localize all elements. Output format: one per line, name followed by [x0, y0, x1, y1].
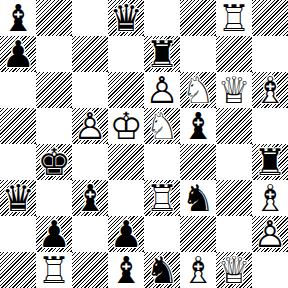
square-c1[interactable] — [72, 252, 108, 288]
square-c2[interactable] — [72, 216, 108, 252]
black-bishop-a8: ♝ — [0, 0, 36, 36]
square-b5[interactable] — [36, 108, 72, 144]
square-d8[interactable]: ♛♛ — [108, 0, 144, 36]
square-a4[interactable] — [0, 144, 36, 180]
square-c8[interactable] — [72, 0, 108, 36]
white-pawn-c5: ♙ — [72, 108, 108, 144]
square-f8[interactable] — [180, 0, 216, 36]
square-d7[interactable] — [108, 36, 144, 72]
square-e4[interactable] — [144, 144, 180, 180]
square-e7[interactable]: ♜♜ — [144, 36, 180, 72]
piece-white-knockout: ♞ — [144, 252, 180, 288]
black-queen-d8: ♛ — [108, 0, 144, 36]
piece-white-knockout: ♛ — [216, 252, 252, 288]
square-d3[interactable] — [108, 180, 144, 216]
black-rook-h4: ♜ — [252, 144, 288, 180]
piece-white-knockout: ♟ — [36, 216, 72, 252]
square-e2[interactable] — [144, 216, 180, 252]
white-bishop-h3: ♗ — [252, 180, 288, 216]
piece-white-knockout: ♟ — [252, 216, 288, 252]
white-queen-g1: ♕ — [216, 252, 252, 288]
square-c7[interactable] — [72, 36, 108, 72]
square-c4[interactable] — [72, 144, 108, 180]
square-a5[interactable] — [0, 108, 36, 144]
piece-white-knockout: ♚ — [36, 144, 72, 180]
square-f5[interactable]: ♝♝ — [180, 108, 216, 144]
square-g5[interactable] — [216, 108, 252, 144]
square-a8[interactable]: ♝♝ — [0, 0, 36, 36]
piece-white-knockout: ♞ — [144, 108, 180, 144]
square-a2[interactable] — [0, 216, 36, 252]
piece-white-knockout: ♟ — [0, 36, 36, 72]
piece-white-knockout: ♜ — [144, 36, 180, 72]
square-e1[interactable]: ♞♞ — [144, 252, 180, 288]
black-king-b4: ♚ — [36, 144, 72, 180]
piece-white-knockout: ♜ — [252, 144, 288, 180]
white-pawn-h2: ♙ — [252, 216, 288, 252]
piece-white-knockout: ♚ — [108, 108, 144, 144]
square-g2[interactable] — [216, 216, 252, 252]
square-h2[interactable]: ♟♙ — [252, 216, 288, 252]
square-f1[interactable]: ♝♗ — [180, 252, 216, 288]
square-g1[interactable]: ♛♕ — [216, 252, 252, 288]
square-b7[interactable] — [36, 36, 72, 72]
square-h3[interactable]: ♝♗ — [252, 180, 288, 216]
square-a6[interactable] — [0, 72, 36, 108]
white-rook-b1: ♖ — [36, 252, 72, 288]
square-d4[interactable] — [108, 144, 144, 180]
white-bishop-h6: ♗ — [252, 72, 288, 108]
square-a1[interactable] — [0, 252, 36, 288]
piece-white-knockout: ♟ — [144, 72, 180, 108]
piece-white-knockout: ♜ — [144, 180, 180, 216]
black-rook-e7: ♜ — [144, 36, 180, 72]
square-g8[interactable]: ♜♖ — [216, 0, 252, 36]
piece-white-knockout: ♟ — [108, 216, 144, 252]
square-a7[interactable]: ♟♟ — [0, 36, 36, 72]
piece-white-knockout: ♝ — [0, 0, 36, 36]
piece-white-knockout: ♜ — [36, 252, 72, 288]
square-a3[interactable]: ♛♛ — [0, 180, 36, 216]
piece-white-knockout: ♝ — [108, 252, 144, 288]
black-pawn-b2: ♟ — [36, 216, 72, 252]
square-c3[interactable]: ♝♝ — [72, 180, 108, 216]
square-b8[interactable] — [36, 0, 72, 36]
square-b1[interactable]: ♜♖ — [36, 252, 72, 288]
square-b2[interactable]: ♟♟ — [36, 216, 72, 252]
piece-white-knockout: ♝ — [180, 252, 216, 288]
white-knight-f6: ♘ — [180, 72, 216, 108]
white-rook-e3: ♖ — [144, 180, 180, 216]
square-g6[interactable]: ♛♕ — [216, 72, 252, 108]
square-e3[interactable]: ♜♖ — [144, 180, 180, 216]
square-e5[interactable]: ♞♘ — [144, 108, 180, 144]
piece-white-knockout: ♛ — [216, 72, 252, 108]
black-pawn-d2: ♟ — [108, 216, 144, 252]
piece-white-knockout: ♝ — [72, 180, 108, 216]
white-rook-g8: ♖ — [216, 0, 252, 36]
white-pawn-e6: ♙ — [144, 72, 180, 108]
square-c6[interactable] — [72, 72, 108, 108]
square-b3[interactable] — [36, 180, 72, 216]
square-f2[interactable] — [180, 216, 216, 252]
square-h6[interactable]: ♝♗ — [252, 72, 288, 108]
chess-board: ♝♝♛♛♜♖♟♟♜♜♟♙♞♘♛♕♝♗♟♙♚♔♞♘♝♝♚♚♜♜♛♛♝♝♜♖♞♞♝♗… — [0, 0, 288, 288]
white-knight-e5: ♘ — [144, 108, 180, 144]
piece-white-knockout: ♛ — [108, 0, 144, 36]
piece-white-knockout: ♛ — [0, 180, 36, 216]
square-h1[interactable] — [252, 252, 288, 288]
square-f6[interactable]: ♞♘ — [180, 72, 216, 108]
black-bishop-f5: ♝ — [180, 108, 216, 144]
black-queen-a3: ♛ — [0, 180, 36, 216]
square-h7[interactable] — [252, 36, 288, 72]
square-b6[interactable] — [36, 72, 72, 108]
square-c5[interactable]: ♟♙ — [72, 108, 108, 144]
piece-white-knockout: ♝ — [252, 180, 288, 216]
square-f7[interactable] — [180, 36, 216, 72]
square-b4[interactable]: ♚♚ — [36, 144, 72, 180]
square-h5[interactable] — [252, 108, 288, 144]
piece-white-knockout: ♝ — [252, 72, 288, 108]
black-bishop-c3: ♝ — [72, 180, 108, 216]
white-bishop-f1: ♗ — [180, 252, 216, 288]
white-king-d5: ♔ — [108, 108, 144, 144]
black-pawn-a7: ♟ — [0, 36, 36, 72]
square-e8[interactable] — [144, 0, 180, 36]
white-queen-g6: ♕ — [216, 72, 252, 108]
black-bishop-d1: ♝ — [108, 252, 144, 288]
square-g7[interactable] — [216, 36, 252, 72]
square-d6[interactable] — [108, 72, 144, 108]
square-f3[interactable]: ♞♞ — [180, 180, 216, 216]
square-e6[interactable]: ♟♙ — [144, 72, 180, 108]
square-g4[interactable] — [216, 144, 252, 180]
piece-white-knockout: ♞ — [180, 180, 216, 216]
black-knight-e1: ♞ — [144, 252, 180, 288]
piece-white-knockout: ♟ — [72, 108, 108, 144]
piece-white-knockout: ♝ — [180, 108, 216, 144]
square-g3[interactable] — [216, 180, 252, 216]
square-d2[interactable]: ♟♟ — [108, 216, 144, 252]
black-knight-f3: ♞ — [180, 180, 216, 216]
square-f4[interactable] — [180, 144, 216, 180]
square-d5[interactable]: ♚♔ — [108, 108, 144, 144]
piece-white-knockout: ♞ — [180, 72, 216, 108]
square-h4[interactable]: ♜♜ — [252, 144, 288, 180]
square-h8[interactable] — [252, 0, 288, 36]
square-d1[interactable]: ♝♝ — [108, 252, 144, 288]
piece-white-knockout: ♜ — [216, 0, 252, 36]
